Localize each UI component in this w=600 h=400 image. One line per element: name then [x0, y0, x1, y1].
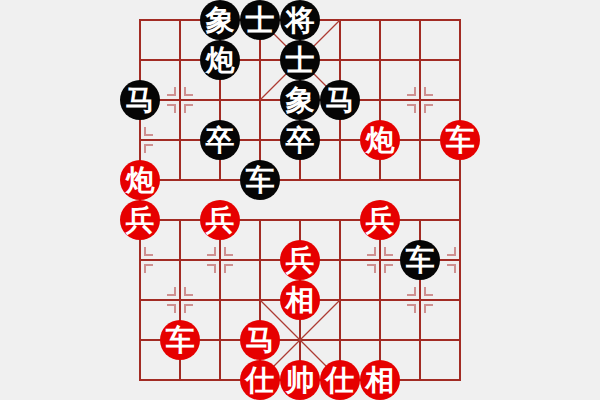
piece-black-cannon[interactable]: 炮	[200, 40, 240, 80]
xiangqi-board: 象士将炮士马象马卒卒炮车炮车兵兵兵兵车相车马仕帅仕相	[0, 0, 600, 400]
piece-black-general[interactable]: 将	[280, 0, 320, 40]
piece-red-soldier[interactable]: 兵	[360, 200, 400, 240]
piece-black-elephant[interactable]: 象	[200, 0, 240, 40]
piece-red-soldier[interactable]: 兵	[200, 200, 240, 240]
piece-red-advisor[interactable]: 仕	[320, 360, 360, 400]
piece-black-elephant[interactable]: 象	[280, 80, 320, 120]
piece-red-chariot[interactable]: 车	[440, 120, 480, 160]
piece-red-chariot[interactable]: 车	[160, 320, 200, 360]
piece-red-elephant[interactable]: 相	[280, 280, 320, 320]
piece-red-soldier[interactable]: 兵	[280, 240, 320, 280]
piece-black-chariot[interactable]: 车	[240, 160, 280, 200]
piece-red-advisor[interactable]: 仕	[240, 360, 280, 400]
piece-black-horse[interactable]: 马	[320, 80, 360, 120]
piece-red-cannon[interactable]: 炮	[120, 160, 160, 200]
piece-red-cannon[interactable]: 炮	[360, 120, 400, 160]
piece-red-elephant[interactable]: 相	[360, 360, 400, 400]
piece-black-advisor[interactable]: 士	[280, 40, 320, 80]
piece-black-chariot[interactable]: 车	[400, 240, 440, 280]
piece-black-soldier[interactable]: 卒	[200, 120, 240, 160]
piece-red-general[interactable]: 帅	[280, 360, 320, 400]
piece-red-horse[interactable]: 马	[240, 320, 280, 360]
piece-black-soldier[interactable]: 卒	[280, 120, 320, 160]
piece-black-horse[interactable]: 马	[120, 80, 160, 120]
piece-black-advisor[interactable]: 士	[240, 0, 280, 40]
piece-red-soldier[interactable]: 兵	[120, 200, 160, 240]
